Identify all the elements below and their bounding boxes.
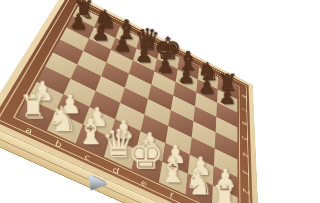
- chess-set-photo: ♜♞♝♛♚♝♞♜♟♟♟♟♟♟♟♟♟♟♟♟♟♟♟♟♜♞♝♛♚♝♞♜ abcdefg…: [0, 0, 299, 203]
- square-g7: ♟: [196, 79, 217, 102]
- square-h1: ♜: [212, 186, 238, 203]
- piece-white-knight: ♞: [184, 167, 214, 200]
- piece-white-knight: ♞: [47, 102, 78, 137]
- piece-white-bishop: ♝: [75, 114, 107, 150]
- board-border: ♜♞♝♛♚♝♞♜♟♟♟♟♟♟♟♟♟♟♟♟♟♟♟♟♜♞♝♛♚♝♞♜ abcdefg…: [0, 0, 254, 203]
- piece-white-rook: ♜: [19, 91, 49, 124]
- board-frame: ♜♞♝♛♚♝♞♜♟♟♟♟♟♟♟♟♟♟♟♟♟♟♟♟♜♞♝♛♚♝♞♜ abcdefg…: [0, 0, 260, 203]
- board-3d: ♜♞♝♛♚♝♞♜♟♟♟♟♟♟♟♟♟♟♟♟♟♟♟♟♜♞♝♛♚♝♞♜ abcdefg…: [0, 0, 260, 203]
- piece-white-rook: ♜: [211, 181, 239, 203]
